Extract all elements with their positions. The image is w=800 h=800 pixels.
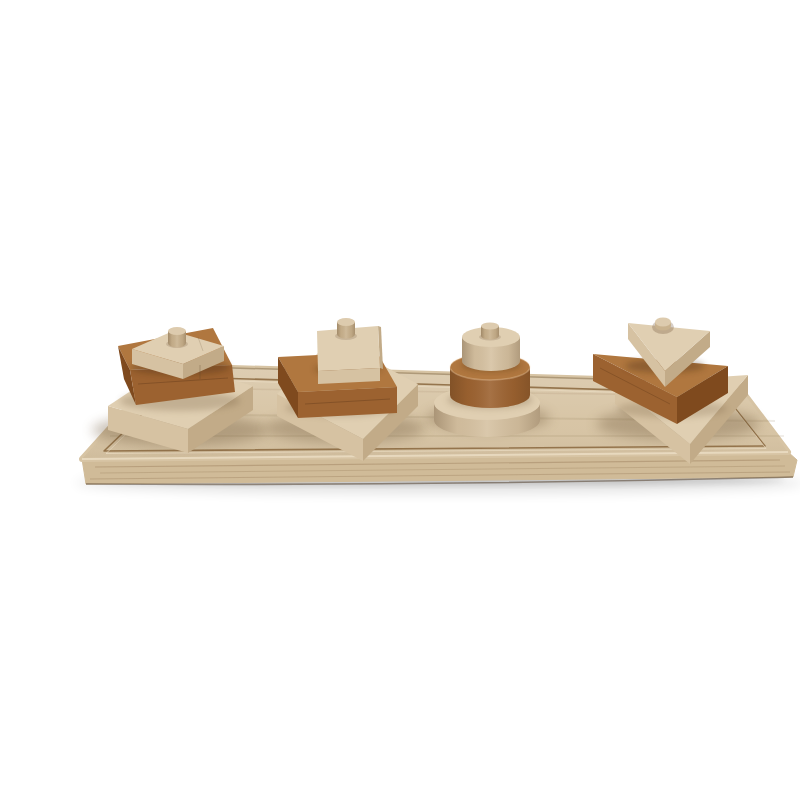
- square-brown-front-face: [298, 387, 397, 418]
- toy-scene-canvas: [40, 16, 800, 800]
- peg-top: [655, 318, 671, 327]
- peg-top: [481, 323, 499, 330]
- peg-top: [337, 318, 355, 326]
- stack-rectangles: [92, 327, 268, 453]
- product-photo-wooden-stacking-toy: [40, 16, 800, 800]
- peg-top: [168, 327, 186, 335]
